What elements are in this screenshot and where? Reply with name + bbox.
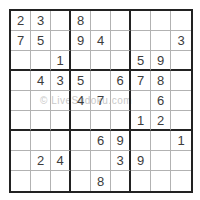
cell-r2c1[interactable]: 7 [11, 31, 31, 51]
cell-digit: 2 [17, 14, 24, 27]
cell-r2c2[interactable]: 5 [31, 31, 51, 51]
cell-r5c7[interactable] [131, 91, 151, 111]
cell-digit: 1 [137, 114, 144, 127]
cell-digit: 6 [97, 134, 104, 147]
cell-r6c9[interactable] [171, 111, 191, 131]
cell-r8c3[interactable]: 4 [51, 151, 71, 171]
cell-digit: 7 [17, 34, 24, 47]
cell-r4c9[interactable] [171, 71, 191, 91]
cell-r8c1[interactable] [11, 151, 31, 171]
cell-r4c3[interactable]: 3 [51, 71, 71, 91]
cell-r3c1[interactable] [11, 51, 31, 71]
cell-digit: 9 [137, 154, 144, 167]
cell-r4c7[interactable]: 7 [131, 71, 151, 91]
cell-r5c1[interactable] [11, 91, 31, 111]
cell-r9c5[interactable]: 8 [91, 171, 111, 191]
cell-r5c6[interactable] [111, 91, 131, 111]
cell-r3c7[interactable]: 5 [131, 51, 151, 71]
cell-r7c2[interactable] [31, 131, 51, 151]
cell-r3c2[interactable] [31, 51, 51, 71]
cell-digit: 4 [97, 34, 104, 47]
cell-digit: 3 [116, 154, 123, 167]
cell-r9c8[interactable] [151, 171, 171, 191]
cell-digit: 6 [157, 94, 164, 107]
sudoku-screen: © LiveSudoku.com 23875943159435678476126… [0, 0, 200, 200]
cell-r6c8[interactable]: 2 [151, 111, 171, 131]
cell-r6c3[interactable] [51, 111, 71, 131]
cell-r1c2[interactable]: 3 [31, 11, 51, 31]
cell-r5c9[interactable] [171, 91, 191, 111]
cell-r5c5[interactable]: 7 [91, 91, 111, 111]
cell-r8c2[interactable]: 2 [31, 151, 51, 171]
cell-r4c8[interactable]: 8 [151, 71, 171, 91]
cell-digit: 8 [77, 14, 84, 27]
cell-r2c7[interactable] [131, 31, 151, 51]
cell-r8c9[interactable] [171, 151, 191, 171]
cell-r8c8[interactable] [151, 151, 171, 171]
cell-r1c7[interactable] [131, 11, 151, 31]
cell-r2c9[interactable]: 3 [171, 31, 191, 51]
cell-digit: 8 [157, 74, 164, 87]
cell-r9c9[interactable] [171, 171, 191, 191]
cell-digit: 1 [177, 134, 184, 147]
cell-digit: 9 [157, 54, 164, 67]
cell-r5c2[interactable] [31, 91, 51, 111]
cell-digit: 3 [56, 74, 63, 87]
cell-r8c6[interactable]: 3 [111, 151, 131, 171]
cell-r4c2[interactable]: 4 [31, 71, 51, 91]
cell-r1c8[interactable] [151, 11, 171, 31]
cell-digit: 9 [77, 34, 84, 47]
cell-r2c5[interactable]: 4 [91, 31, 111, 51]
cell-r1c5[interactable] [91, 11, 111, 31]
cell-r9c4[interactable] [71, 171, 91, 191]
cell-digit: 3 [37, 14, 44, 27]
cell-r3c3[interactable]: 1 [51, 51, 71, 71]
cell-r1c9[interactable] [171, 11, 191, 31]
cell-r3c6[interactable] [111, 51, 131, 71]
cell-r7c9[interactable]: 1 [171, 131, 191, 151]
cell-r5c3[interactable] [51, 91, 71, 111]
cell-r9c6[interactable] [111, 171, 131, 191]
cell-r7c8[interactable] [151, 131, 171, 151]
cell-r2c4[interactable]: 9 [71, 31, 91, 51]
cell-r3c8[interactable]: 9 [151, 51, 171, 71]
cell-r7c4[interactable] [71, 131, 91, 151]
cell-r2c6[interactable] [111, 31, 131, 51]
cell-r1c3[interactable] [51, 11, 71, 31]
cell-r8c7[interactable]: 9 [131, 151, 151, 171]
cell-digit: 5 [77, 74, 84, 87]
cell-r9c1[interactable] [11, 171, 31, 191]
cell-r8c4[interactable] [71, 151, 91, 171]
cell-r7c7[interactable] [131, 131, 151, 151]
cell-digit: 7 [97, 94, 104, 107]
cell-r3c5[interactable] [91, 51, 111, 71]
cell-r6c4[interactable] [71, 111, 91, 131]
cell-r6c2[interactable] [31, 111, 51, 131]
cell-r3c9[interactable] [171, 51, 191, 71]
cell-r7c1[interactable] [11, 131, 31, 151]
cell-digit: 7 [137, 74, 144, 87]
cell-digit: 8 [97, 175, 104, 188]
cell-digit: 6 [116, 74, 123, 87]
cell-r6c5[interactable] [91, 111, 111, 131]
cell-digit: 5 [37, 34, 44, 47]
cell-r2c8[interactable] [151, 31, 171, 51]
cell-r1c6[interactable] [111, 11, 131, 31]
cell-r9c7[interactable] [131, 171, 151, 191]
cell-r4c5[interactable] [91, 71, 111, 91]
cell-digit: 4 [37, 74, 44, 87]
cell-digit: 9 [116, 134, 123, 147]
cell-digit: 3 [177, 34, 184, 47]
cell-r5c8[interactable]: 6 [151, 91, 171, 111]
cell-r4c4[interactable]: 5 [71, 71, 91, 91]
cell-r4c1[interactable] [11, 71, 31, 91]
cell-r6c6[interactable] [111, 111, 131, 131]
cell-r6c1[interactable] [11, 111, 31, 131]
cell-r5c4[interactable]: 4 [71, 91, 91, 111]
cell-r6c7[interactable]: 1 [131, 111, 151, 131]
cell-digit: 4 [77, 94, 84, 107]
cell-r3c4[interactable] [71, 51, 91, 71]
cell-r7c3[interactable] [51, 131, 71, 151]
cell-digit: 5 [137, 54, 144, 67]
cell-r7c5[interactable]: 6 [91, 131, 111, 151]
cell-r7c6[interactable]: 9 [111, 131, 131, 151]
cell-r1c4[interactable]: 8 [71, 11, 91, 31]
cell-r9c3[interactable] [51, 171, 71, 191]
cell-r2c3[interactable] [51, 31, 71, 51]
cell-r1c1[interactable]: 2 [11, 11, 31, 31]
cell-r4c6[interactable]: 6 [111, 71, 131, 91]
sudoku-board: 238759431594356784761269124398 [9, 9, 193, 193]
cell-digit: 2 [37, 154, 44, 167]
cell-digit: 2 [157, 114, 164, 127]
cell-r8c5[interactable] [91, 151, 111, 171]
cell-r9c2[interactable] [31, 171, 51, 191]
cell-digit: 1 [56, 54, 63, 67]
cell-digit: 4 [56, 154, 63, 167]
